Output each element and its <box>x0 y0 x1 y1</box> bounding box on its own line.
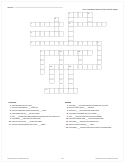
clue-number: 11 <box>79 51 81 53</box>
footer-right-text: Folk Tales from Around the World <box>95 158 117 160</box>
clue-item: 12.The boy slept at an ___ on the way ho… <box>8 121 63 123</box>
clue-number: 6 <box>31 32 32 34</box>
clue-item-text: The North ___ took the flour from the bo… <box>69 121 122 123</box>
clue-number: 13 <box>69 65 71 67</box>
clue-item: 1.The ram gave the boy gold ___. <box>8 104 63 106</box>
clue-item: 10.The boy's mother was ___ to see the g… <box>65 118 122 120</box>
name-input-line[interactable] <box>15 5 63 8</box>
clue-item-text: The magic ___ beat the man until he gave… <box>69 126 122 128</box>
down-list: 1.The man ___ the cloth and the ram whil… <box>65 104 122 128</box>
clue-item-text: The boy asked the North Wind for his ___… <box>12 110 63 112</box>
clue-number: 1 <box>69 13 70 15</box>
clue-item: 14.The boy and his mother were never ___… <box>8 123 63 125</box>
blocked-cell <box>102 89 107 94</box>
name-row: Name: <box>8 5 63 8</box>
clue-number: 14 <box>45 89 47 91</box>
clue-number: 8 <box>98 41 99 43</box>
worksheet-page: Name: The Lad Who Went to the North Wind… <box>1 1 124 162</box>
clue-item-text: The man ___ the cloth and the ram while … <box>69 104 122 106</box>
clue-number: 3 <box>55 18 56 20</box>
worksheet-scaler: Name: The Lad Who Went to the North Wind… <box>0 0 125 163</box>
clue-number: 2 <box>88 13 89 15</box>
across-heading: ACROSS <box>8 101 63 103</box>
worksheet-header: Name: The Lad Who Went to the North Wind <box>8 5 118 13</box>
clue-item: 9.The ___ blew the flour out of the boy'… <box>65 115 122 117</box>
clue-item: 1.The man ___ the cloth and the ram whil… <box>65 104 122 106</box>
clue-number: 7 <box>31 41 32 43</box>
footer-left-text: Reproducible for classroom use <box>8 158 29 160</box>
clue-number: 12 <box>50 65 52 67</box>
clue-number: 5 <box>69 22 70 24</box>
clue-item-text: The mother did not ___ the boy's story. <box>12 112 63 114</box>
down-column: DOWN 1.The man ___ the cloth and the ram… <box>65 101 122 129</box>
page-title: The Lad Who Went to the North Wind <box>82 9 117 11</box>
clue-item: 8.The North Wind gave the boy a magic __… <box>65 112 122 114</box>
clue-item: 11.The North ___ took the flour from the… <box>65 121 122 123</box>
clue-item-text: The boy slept at an ___ on the way home. <box>12 121 63 123</box>
clue-item-text: The boy went to see the ___ Wind. <box>69 123 122 125</box>
clue-item-text: The boy's mother was ___ to see the gold… <box>69 118 122 120</box>
clues-section: ACROSS 1.The ram gave the boy gold ___.4… <box>8 101 119 129</box>
across-list: 1.The ram gave the boy gold ___.4.The bo… <box>8 104 63 125</box>
across-column: ACROSS 1.The ram gave the boy gold ___.4… <box>8 101 63 129</box>
clue-item-text: The ___ spread itself with wonderful foo… <box>12 115 63 117</box>
clue-item: 13.The magic ___ beat the man until he g… <box>65 126 122 128</box>
clue-item-text: The boy pretended to ___ at the inn. <box>12 107 63 109</box>
clue-item: 4.The boy pretended to ___ at the inn. <box>8 107 63 109</box>
clue-item-text: The North Wind gave the boy a magic ___. <box>69 112 122 114</box>
clue-number: 10 <box>60 51 62 53</box>
clue-item: 12.The boy went to see the ___ Wind. <box>65 123 122 125</box>
clue-item: 2.The boy said, "Cloth, ___ yourself!" <box>65 107 122 109</box>
down-heading: DOWN <box>65 101 122 103</box>
crossword-grid[interactable]: 1234567891011121314 <box>31 13 107 94</box>
clue-item: 6.The mother did not ___ the boy's story… <box>8 112 63 114</box>
clue-item-text: The ram gave the boy gold ___. <box>12 104 63 106</box>
clue-number: 9 <box>41 51 42 53</box>
clue-item-text: The boy's ___ sent him to the North Wind… <box>69 110 122 112</box>
clue-item-text: The ___ blew the flour out of the boy's … <box>69 115 122 117</box>
clue-item-text: The boy said, "Cloth, ___ yourself!" <box>69 107 122 109</box>
name-label: Name: <box>8 6 15 9</box>
clue-item-text: The magic ___ gave the boy gold coins. <box>12 118 63 120</box>
clue-item: 5.The boy asked the North Wind for his _… <box>8 110 63 112</box>
clue-item-text: The boy and his mother were never ___ ag… <box>12 123 63 125</box>
clue-item: 9.The magic ___ gave the boy gold coins. <box>8 118 63 120</box>
clue-item: 7.The ___ spread itself with wonderful f… <box>8 115 63 117</box>
clue-number: 4 <box>31 22 32 24</box>
clue-item: 3.The boy's ___ sent him to the North Wi… <box>65 110 122 112</box>
